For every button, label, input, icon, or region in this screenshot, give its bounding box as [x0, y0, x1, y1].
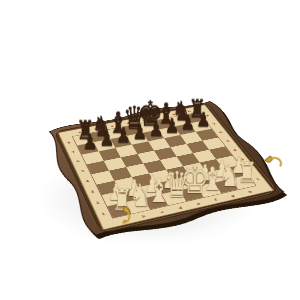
coordinate-label-2: 2 — [95, 200, 100, 204]
piece-black-pawn-e7[interactable]: ♟ — [149, 119, 164, 139]
coordinate-label-b: b — [141, 214, 146, 218]
piece-black-pawn-a7[interactable]: ♟ — [82, 132, 97, 153]
coordinate-label-h: h — [247, 190, 252, 194]
square-a6[interactable] — [82, 151, 104, 164]
coordinate-label-1: 1 — [101, 212, 106, 216]
piece-black-pawn-c7[interactable]: ♟ — [116, 125, 131, 146]
coordinate-label-g: g — [230, 194, 235, 198]
coordinate-label-f: f — [213, 198, 217, 202]
piece-black-pawn-h7[interactable]: ♟ — [196, 110, 211, 130]
piece-black-pawn-g7[interactable]: ♟ — [181, 113, 196, 133]
coordinate-label-d: d — [177, 205, 182, 209]
coordinate-label-c: c — [160, 210, 165, 214]
coordinate-label-6: 6 — [218, 130, 223, 133]
photo-stage: abcdefgh abcdefgh 87654321 87654321 ♜♞♝♛… — [0, 0, 300, 300]
coordinate-label-e: e — [196, 201, 201, 205]
coordinate-label-3: 3 — [90, 189, 95, 193]
piece-black-pawn-f7[interactable]: ♟ — [165, 116, 180, 136]
piece-black-pawn-b7[interactable]: ♟ — [99, 129, 114, 150]
piece-black-pawn-d7[interactable]: ♟ — [132, 122, 147, 142]
board-scene: abcdefgh abcdefgh 87654321 87654321 ♜♞♝♛… — [18, 18, 300, 300]
coordinate-label-8: 8 — [67, 141, 71, 144]
board-3d: abcdefgh abcdefgh 87654321 87654321 ♜♞♝♛… — [34, 93, 300, 251]
